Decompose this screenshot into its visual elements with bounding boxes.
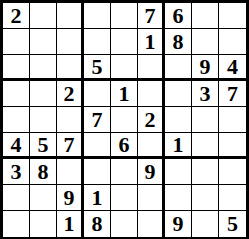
cell-r6c5[interactable]: 6 xyxy=(111,133,138,159)
cell-r8c1[interactable] xyxy=(3,185,30,211)
cell-r6c3[interactable]: 7 xyxy=(57,133,84,159)
cell-r5c1[interactable] xyxy=(3,107,30,133)
cell-r9c4[interactable]: 8 xyxy=(84,211,111,237)
cell-r7c4[interactable] xyxy=(84,159,111,185)
cell-r8c5[interactable] xyxy=(111,185,138,211)
cell-r7c3[interactable] xyxy=(57,159,84,185)
cell-r9c9[interactable]: 5 xyxy=(219,211,246,237)
cell-r8c7[interactable] xyxy=(165,185,192,211)
cell-r6c1[interactable]: 4 xyxy=(3,133,30,159)
cell-r3c6[interactable] xyxy=(138,55,165,81)
cell-r9c2[interactable] xyxy=(30,211,57,237)
cell-r3c2[interactable] xyxy=(30,55,57,81)
cell-r8c8[interactable] xyxy=(192,185,219,211)
cell-r5c4[interactable]: 7 xyxy=(84,107,111,133)
cell-r7c7[interactable] xyxy=(165,159,192,185)
cell-r7c8[interactable] xyxy=(192,159,219,185)
cell-r6c4[interactable] xyxy=(84,133,111,159)
cell-r8c3[interactable]: 9 xyxy=(57,185,84,211)
cell-r9c1[interactable] xyxy=(3,211,30,237)
cell-r6c6[interactable] xyxy=(138,133,165,159)
cell-r2c2[interactable] xyxy=(30,29,57,55)
cell-r2c8[interactable] xyxy=(192,29,219,55)
cell-r6c2[interactable]: 5 xyxy=(30,133,57,159)
cell-r7c5[interactable] xyxy=(111,159,138,185)
cell-r1c1[interactable]: 2 xyxy=(3,3,30,29)
cell-r5c3[interactable] xyxy=(57,107,84,133)
cell-r3c5[interactable] xyxy=(111,55,138,81)
cell-r3c1[interactable] xyxy=(3,55,30,81)
cell-r2c5[interactable] xyxy=(111,29,138,55)
cell-r8c6[interactable] xyxy=(138,185,165,211)
cell-r9c5[interactable] xyxy=(111,211,138,237)
cell-r6c9[interactable] xyxy=(219,133,246,159)
cell-r8c2[interactable] xyxy=(30,185,57,211)
cell-r4c9[interactable]: 7 xyxy=(219,81,246,107)
cell-r1c7[interactable]: 6 xyxy=(165,3,192,29)
sudoku-app: 2761859421377245761389911895 xyxy=(0,0,249,239)
cell-r4c7[interactable] xyxy=(165,81,192,107)
cell-r1c5[interactable] xyxy=(111,3,138,29)
cell-r3c4[interactable]: 5 xyxy=(84,55,111,81)
cell-r6c7[interactable]: 1 xyxy=(165,133,192,159)
cell-r2c9[interactable] xyxy=(219,29,246,55)
cell-r9c6[interactable] xyxy=(138,211,165,237)
cell-r4c5[interactable]: 1 xyxy=(111,81,138,107)
cell-r6c8[interactable] xyxy=(192,133,219,159)
cell-r1c6[interactable]: 7 xyxy=(138,3,165,29)
cell-r4c1[interactable] xyxy=(3,81,30,107)
cell-r5c9[interactable] xyxy=(219,107,246,133)
cell-r8c4[interactable]: 1 xyxy=(84,185,111,211)
cell-r1c2[interactable] xyxy=(30,3,57,29)
cell-r2c7[interactable]: 8 xyxy=(165,29,192,55)
cell-r1c3[interactable] xyxy=(57,3,84,29)
cell-r5c8[interactable] xyxy=(192,107,219,133)
cell-r3c8[interactable]: 9 xyxy=(192,55,219,81)
cell-r5c6[interactable]: 2 xyxy=(138,107,165,133)
cell-r5c5[interactable] xyxy=(111,107,138,133)
cell-r4c3[interactable]: 2 xyxy=(57,81,84,107)
cell-r8c9[interactable] xyxy=(219,185,246,211)
sudoku-board: 2761859421377245761389911895 xyxy=(0,0,249,239)
cell-r3c3[interactable] xyxy=(57,55,84,81)
cell-r4c2[interactable] xyxy=(30,81,57,107)
cell-r9c3[interactable]: 1 xyxy=(57,211,84,237)
cell-r7c2[interactable]: 8 xyxy=(30,159,57,185)
cell-r2c1[interactable] xyxy=(3,29,30,55)
cell-r5c7[interactable] xyxy=(165,107,192,133)
cell-r1c4[interactable] xyxy=(84,3,111,29)
cell-r3c9[interactable]: 4 xyxy=(219,55,246,81)
cell-r7c6[interactable]: 9 xyxy=(138,159,165,185)
cell-r1c9[interactable] xyxy=(219,3,246,29)
cell-r7c9[interactable] xyxy=(219,159,246,185)
cell-r4c4[interactable] xyxy=(84,81,111,107)
cell-r9c7[interactable]: 9 xyxy=(165,211,192,237)
cell-r1c8[interactable] xyxy=(192,3,219,29)
cell-r3c7[interactable] xyxy=(165,55,192,81)
cell-r4c6[interactable] xyxy=(138,81,165,107)
cell-r9c8[interactable] xyxy=(192,211,219,237)
cell-r2c6[interactable]: 1 xyxy=(138,29,165,55)
cell-r7c1[interactable]: 3 xyxy=(3,159,30,185)
cell-r2c3[interactable] xyxy=(57,29,84,55)
cell-r2c4[interactable] xyxy=(84,29,111,55)
cell-r5c2[interactable] xyxy=(30,107,57,133)
cell-r4c8[interactable]: 3 xyxy=(192,81,219,107)
